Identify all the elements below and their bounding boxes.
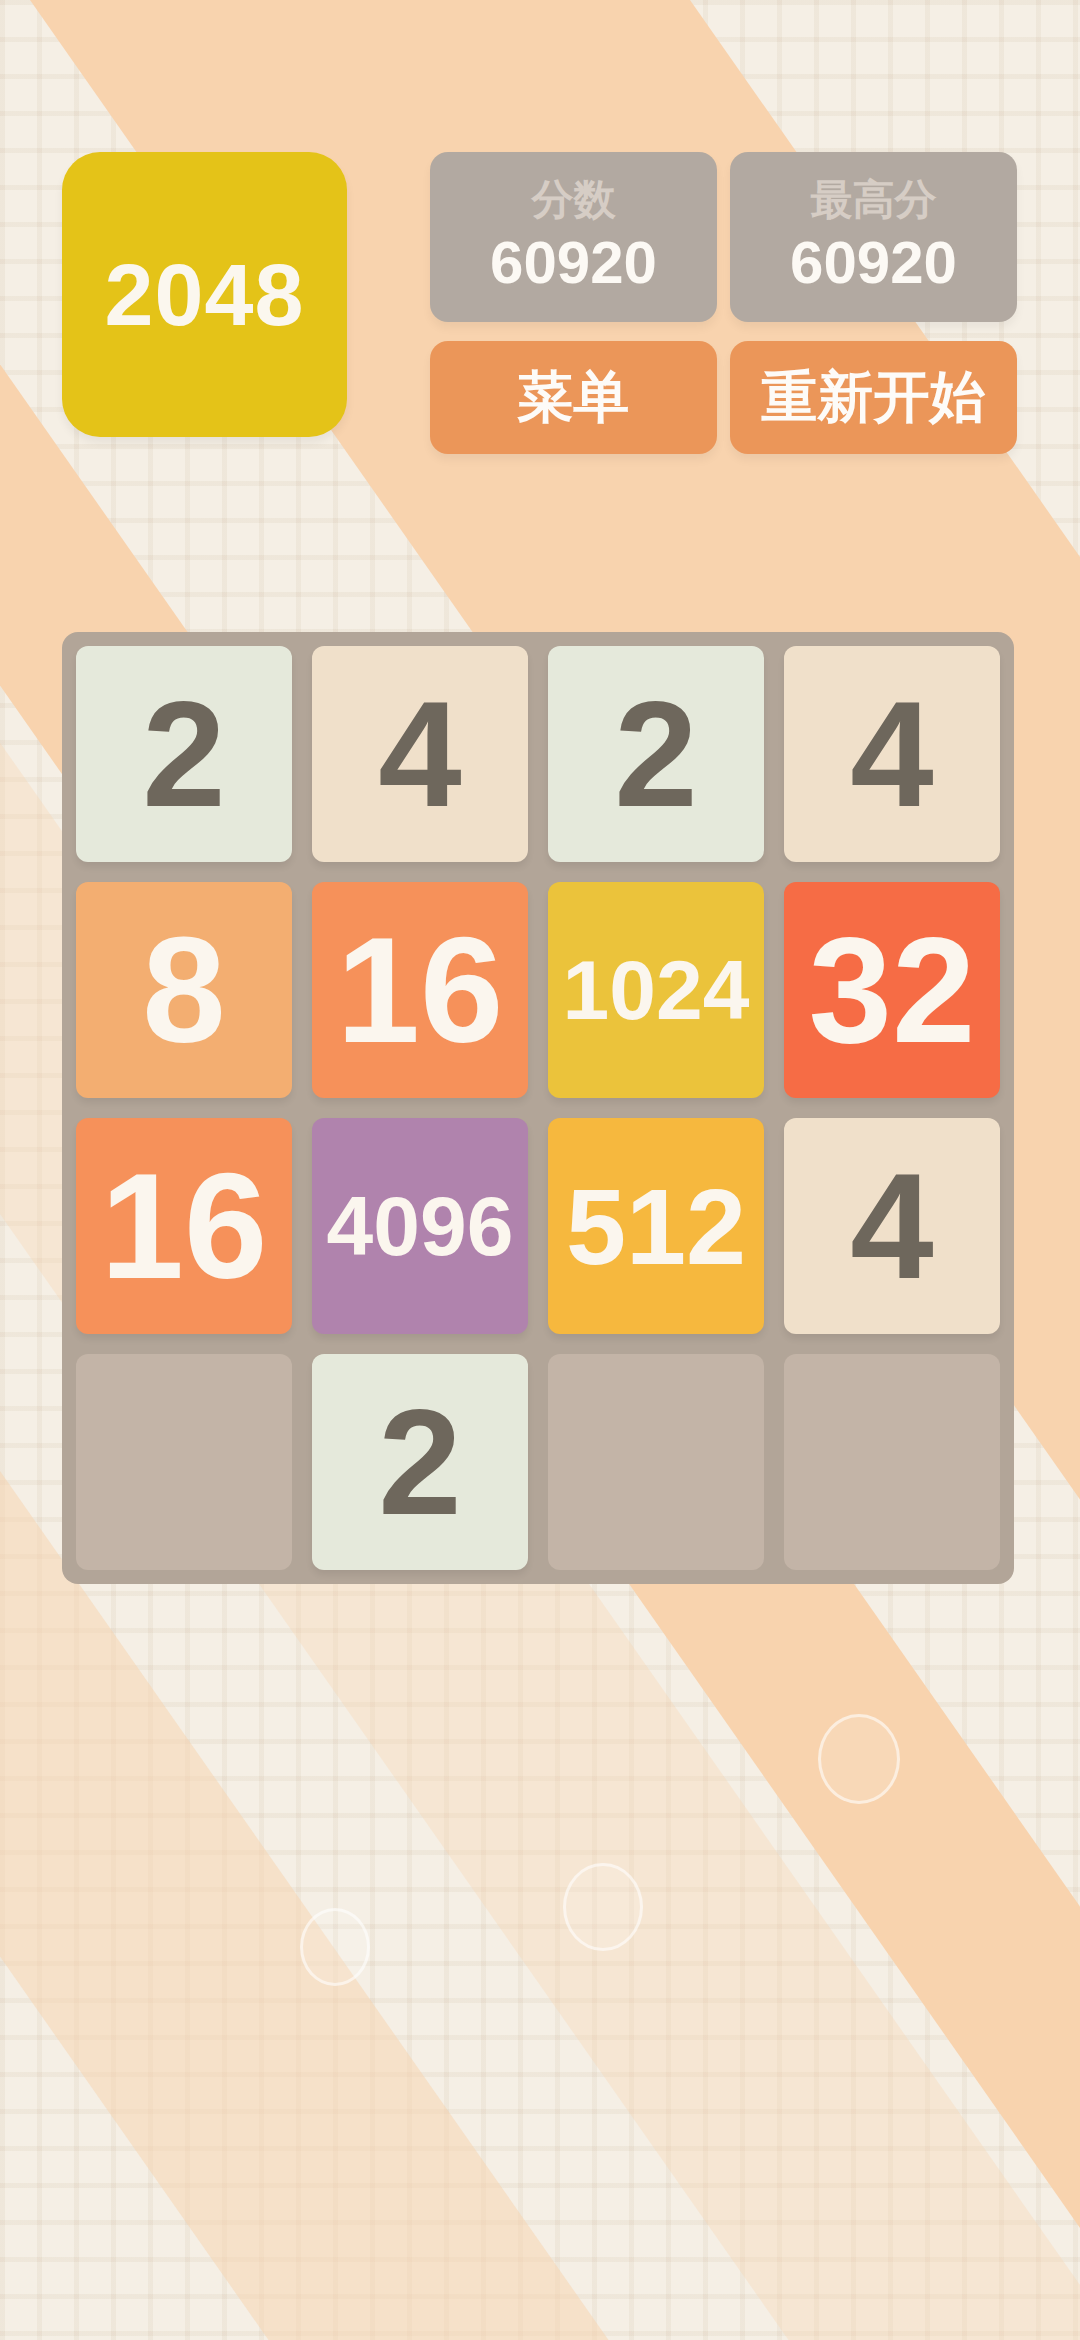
tile-2: 2: [312, 1354, 528, 1570]
tile-4: 4: [784, 646, 1000, 862]
tile-1024: 1024: [548, 882, 764, 1098]
restart-button[interactable]: 重新开始: [730, 341, 1017, 454]
score-label: 分数: [532, 177, 616, 223]
best-score-box: 最高分 60920: [730, 152, 1017, 322]
tile-512: 512: [548, 1118, 764, 1334]
best-score-value: 60920: [790, 228, 957, 297]
empty-cell: [76, 1354, 292, 1570]
background-bubble: [818, 1714, 900, 1804]
empty-cell: [548, 1354, 764, 1570]
background-bubble: [563, 1863, 643, 1951]
tile-8: 8: [76, 882, 292, 1098]
tile-4: 4: [312, 646, 528, 862]
tile-4096: 4096: [312, 1118, 528, 1334]
board-grid[interactable]: 242481610243216409651242: [62, 632, 1014, 1584]
score-box: 分数 60920: [430, 152, 717, 322]
empty-cell: [784, 1354, 1000, 1570]
game-screen: 2048 分数 60920 最高分 60920 菜单 重新开始 24248161…: [0, 0, 1080, 2340]
tile-4: 4: [784, 1118, 1000, 1334]
tile-16: 16: [312, 882, 528, 1098]
tile-32: 32: [784, 882, 1000, 1098]
logo-tile-2048: 2048: [62, 152, 347, 437]
tile-2: 2: [76, 646, 292, 862]
menu-button[interactable]: 菜单: [430, 341, 717, 454]
tile-16: 16: [76, 1118, 292, 1334]
tile-2: 2: [548, 646, 764, 862]
background-bubble: [300, 1908, 370, 1986]
score-value: 60920: [490, 228, 657, 297]
best-score-label: 最高分: [811, 177, 937, 223]
